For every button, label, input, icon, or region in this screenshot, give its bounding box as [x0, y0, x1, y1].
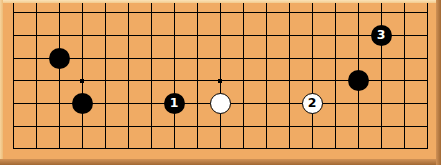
intersection-r4-c7: 1	[163, 92, 186, 115]
intersection-r4-c0	[2, 92, 25, 115]
intersection-r3-c8	[186, 70, 209, 93]
intersection-r3-c13	[301, 70, 324, 93]
intersection-r3-c6	[140, 70, 163, 93]
board-frame-top	[0, 0, 441, 3]
black-stone-move-1: 1	[164, 93, 185, 114]
intersection-r1-c6	[140, 24, 163, 47]
intersection-r4-c1	[25, 92, 48, 115]
intersection-r6-c12	[278, 138, 301, 161]
intersection-r2-c11	[255, 47, 278, 70]
black-stone	[72, 93, 93, 114]
intersection-r2-c6	[140, 47, 163, 70]
intersection-r0-c15	[347, 2, 370, 25]
intersection-r5-c14	[324, 115, 347, 138]
intersection-r2-c10	[232, 47, 255, 70]
intersection-r0-c4	[94, 2, 117, 25]
intersection-r3-c15	[347, 70, 370, 93]
intersection-r5-c9	[209, 115, 232, 138]
intersection-r2-c4	[94, 47, 117, 70]
intersection-r6-c0	[2, 138, 25, 161]
intersection-r3-c17	[393, 70, 416, 93]
intersection-r6-c16	[370, 138, 393, 161]
intersection-r2-c16	[370, 47, 393, 70]
intersection-r5-c6	[140, 115, 163, 138]
black-stone	[348, 70, 369, 91]
intersection-r2-c17	[393, 47, 416, 70]
intersection-r4-c6	[140, 92, 163, 115]
intersection-r2-c14	[324, 47, 347, 70]
intersection-r2-c13	[301, 47, 324, 70]
intersection-r4-c10	[232, 92, 255, 115]
intersection-r2-c1	[25, 47, 48, 70]
intersection-r3-c11	[255, 70, 278, 93]
intersection-r5-c5	[117, 115, 140, 138]
intersection-r1-c14	[324, 24, 347, 47]
intersection-r1-c9	[209, 24, 232, 47]
intersection-r3-c1	[25, 70, 48, 93]
intersection-r3-c9	[209, 70, 232, 93]
intersection-r6-c2	[48, 138, 71, 161]
intersection-r1-c10	[232, 24, 255, 47]
intersection-r1-c2	[48, 24, 71, 47]
intersection-r1-c11	[255, 24, 278, 47]
intersection-r0-c16	[370, 2, 393, 25]
intersection-r4-c17	[393, 92, 416, 115]
intersection-r6-c5	[117, 138, 140, 161]
intersection-r6-c8	[186, 138, 209, 161]
intersection-r5-c16	[370, 115, 393, 138]
intersection-r5-c8	[186, 115, 209, 138]
intersection-r2-c15	[347, 47, 370, 70]
goban-grid: 312	[2, 2, 439, 161]
intersection-r5-c13	[301, 115, 324, 138]
intersection-r0-c8	[186, 2, 209, 25]
black-stone	[49, 48, 70, 69]
intersection-r6-c6	[140, 138, 163, 161]
intersection-r5-c10	[232, 115, 255, 138]
intersection-r6-c11	[255, 138, 278, 161]
intersection-r4-c9	[209, 92, 232, 115]
intersection-r3-c7	[163, 70, 186, 93]
intersection-r6-c3	[71, 138, 94, 161]
intersection-r6-c13	[301, 138, 324, 161]
intersection-r0-c6	[140, 2, 163, 25]
intersection-r1-c5	[117, 24, 140, 47]
intersection-r6-c9	[209, 138, 232, 161]
intersection-r0-c11	[255, 2, 278, 25]
intersection-r0-c3	[71, 2, 94, 25]
intersection-r1-c13	[301, 24, 324, 47]
intersection-r3-c10	[232, 70, 255, 93]
intersection-r1-c3	[71, 24, 94, 47]
go-board-diagram: 312	[0, 0, 441, 165]
intersection-r0-c10	[232, 2, 255, 25]
intersection-r0-c5	[117, 2, 140, 25]
intersection-r0-c7	[163, 2, 186, 25]
board-frame-bottom	[0, 159, 441, 165]
intersection-r0-c14	[324, 2, 347, 25]
intersection-r0-c12	[278, 2, 301, 25]
intersection-r4-c2	[48, 92, 71, 115]
intersection-r6-c10	[232, 138, 255, 161]
intersection-r2-c2	[48, 47, 71, 70]
intersection-r4-c3	[71, 92, 94, 115]
intersection-r1-c17	[393, 24, 416, 47]
intersection-r3-c16	[370, 70, 393, 93]
intersection-r6-c4	[94, 138, 117, 161]
intersection-r1-c1	[25, 24, 48, 47]
intersection-r2-c9	[209, 47, 232, 70]
intersection-r5-c1	[25, 115, 48, 138]
intersection-r0-c13	[301, 2, 324, 25]
intersection-r6-c7	[163, 138, 186, 161]
intersection-r3-c12	[278, 70, 301, 93]
intersection-r2-c3	[71, 47, 94, 70]
intersection-r0-c9	[209, 2, 232, 25]
intersection-r2-c12	[278, 47, 301, 70]
intersection-r4-c16	[370, 92, 393, 115]
intersection-r4-c11	[255, 92, 278, 115]
intersection-r1-c7	[163, 24, 186, 47]
intersection-r5-c12	[278, 115, 301, 138]
intersection-r6-c1	[25, 138, 48, 161]
intersection-r5-c3	[71, 115, 94, 138]
intersection-r4-c5	[117, 92, 140, 115]
intersection-r1-c4	[94, 24, 117, 47]
intersection-r4-c8	[186, 92, 209, 115]
intersection-r6-c15	[347, 138, 370, 161]
intersection-r3-c2	[48, 70, 71, 93]
intersection-r3-c4	[94, 70, 117, 93]
intersection-r2-c5	[117, 47, 140, 70]
intersection-r4-c14	[324, 92, 347, 115]
board-frame-right	[436, 0, 441, 165]
intersection-r0-c0	[2, 2, 25, 25]
intersection-r5-c2	[48, 115, 71, 138]
intersection-r2-c7	[163, 47, 186, 70]
black-stone-move-3: 3	[371, 25, 392, 46]
intersection-r5-c15	[347, 115, 370, 138]
intersection-r0-c2	[48, 2, 71, 25]
intersection-r3-c14	[324, 70, 347, 93]
intersection-r1-c15	[347, 24, 370, 47]
white-stone-move-2: 2	[302, 93, 323, 114]
intersection-r2-c0	[2, 47, 25, 70]
intersection-r5-c7	[163, 115, 186, 138]
intersection-r5-c4	[94, 115, 117, 138]
intersection-r5-c11	[255, 115, 278, 138]
intersection-r1-c16: 3	[370, 24, 393, 47]
intersection-r4-c12	[278, 92, 301, 115]
intersection-r4-c4	[94, 92, 117, 115]
intersection-r3-c3	[71, 70, 94, 93]
board-frame-left	[0, 0, 3, 165]
intersection-r3-c0	[2, 70, 25, 93]
intersection-r1-c8	[186, 24, 209, 47]
intersection-r0-c17	[393, 2, 416, 25]
intersection-r0-c1	[25, 2, 48, 25]
intersection-r1-c0	[2, 24, 25, 47]
intersection-r6-c14	[324, 138, 347, 161]
star-point	[80, 79, 84, 83]
intersection-r6-c17	[393, 138, 416, 161]
intersection-r1-c12	[278, 24, 301, 47]
star-point	[218, 79, 222, 83]
intersection-r4-c13: 2	[301, 92, 324, 115]
white-stone	[210, 93, 231, 114]
intersection-r5-c17	[393, 115, 416, 138]
intersection-r3-c5	[117, 70, 140, 93]
intersection-r5-c0	[2, 115, 25, 138]
intersection-r2-c8	[186, 47, 209, 70]
intersection-r4-c15	[347, 92, 370, 115]
